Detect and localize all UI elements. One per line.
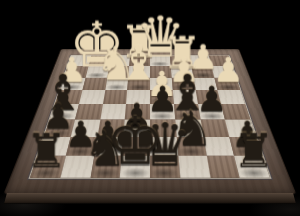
piece-shadow [150,112,174,119]
square-d5: ♟ [150,104,175,119]
square-f2 [107,66,129,77]
piece-shadow [94,147,122,156]
square-c1 [170,56,191,66]
square-d3 [150,78,173,91]
piece-shadow [150,97,173,104]
piece-shadow [121,167,150,177]
square-a4 [218,90,245,104]
square-d8: ♛ [150,156,180,178]
square-e8: ♚ [120,156,150,178]
square-d6 [150,119,177,136]
square-e5 [125,104,150,119]
square-c6 [175,119,203,136]
square-f5 [100,104,126,119]
square-f6 [97,119,125,136]
square-b6 [200,119,229,136]
square-c3: ♟ [172,78,196,91]
piece-shadow [175,112,200,119]
square-g8 [60,156,94,178]
square-c4 [173,90,198,104]
playing-area: ♜♛♚♜♟♟♞♝♟♟♟♝♟♝♟♟♟♟♟♞♟♜♞♚♛♜ [28,55,271,179]
square-a3: ♟ [215,78,241,91]
square-b2: ♟ [191,66,214,77]
square-a7: ♟ [230,137,263,156]
piece-shadow [151,167,180,177]
square-a8: ♜ [234,156,270,178]
square-a6 [225,119,256,136]
square-g4 [79,90,105,104]
square-g5 [75,104,103,119]
square-f7: ♟ [94,137,124,156]
square-a2 [212,66,236,77]
square-d1: ♛ [150,56,171,66]
piece-shadow [50,112,76,119]
square-a1 [209,56,232,66]
square-f4 [103,90,128,104]
piece-shadow [238,167,269,177]
piece-shadow [91,167,121,177]
square-e3: ♝ [127,78,150,91]
square-c5: ♝ [174,104,200,119]
piece-shadow [199,112,224,119]
piece-shadow [44,128,72,136]
square-c7: ♞ [177,137,207,156]
square-f1 [109,56,130,66]
square-f8: ♞ [90,156,122,178]
square-g6 [70,119,99,136]
square-g7: ♟ [66,137,97,156]
square-d4: ♟ [150,90,174,104]
square-c8 [178,156,210,178]
square-f3: ♞ [105,78,129,91]
square-g1 [88,56,110,66]
square-g2: ♚ [85,66,108,77]
square-e2 [128,66,150,77]
square-b3 [193,78,218,91]
piece-shadow [178,147,206,156]
piece-shadow [233,147,262,156]
square-g3 [82,78,107,91]
chess-photo: ♜♛♚♜♟♟♞♝♟♟♟♝♟♝♟♟♟♟♟♞♟♜♞♚♛♜ [0,0,300,216]
square-a5 [221,104,250,119]
square-e4 [126,90,150,104]
square-d7 [150,137,178,156]
square-h5: ♝ [50,104,79,119]
piece-shadow [31,167,62,177]
square-b1 [189,56,211,66]
square-d2 [150,66,172,77]
piece-shadow [66,147,95,156]
square-e1: ♜ [129,56,150,66]
board-front-edge [4,193,296,204]
piece-shadow [124,128,149,136]
square-e7 [122,137,150,156]
chess-board: ♜♛♚♜♟♟♞♝♟♟♟♝♟♝♟♟♟♟♟♞♟♜♞♚♛♜ [3,49,296,194]
square-e6: ♟ [123,119,150,136]
square-c2: ♜ [171,66,193,77]
